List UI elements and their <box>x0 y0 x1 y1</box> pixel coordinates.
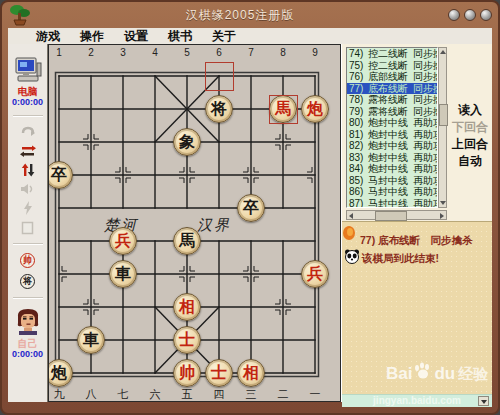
window-title: 汉棋缘2005注册版 <box>32 7 448 24</box>
move-number: 76) <box>349 71 368 83</box>
menu-item-2[interactable]: 设置 <box>124 28 148 45</box>
move-tactic: 马封中线 <box>368 198 408 209</box>
piece-black-卒[interactable]: 卒 <box>237 194 265 222</box>
move-row[interactable]: 75)控二线断同步擒杀 <box>347 60 437 72</box>
move-row[interactable]: 76)底部线断同步擒杀 <box>347 71 437 83</box>
move-tactic: 炮封中线 <box>368 129 408 141</box>
menubar: 游戏操作设置棋书关于 <box>8 28 492 45</box>
move-number: 77) <box>349 83 368 95</box>
piece-red-相[interactable]: 相 <box>173 293 201 321</box>
piece-black-象[interactable]: 象 <box>173 128 201 156</box>
move-result: 再助攻杀 <box>413 140 438 152</box>
piece-red-兵[interactable]: 兵 <box>301 260 329 288</box>
move-number: 87) <box>349 198 368 209</box>
scroll-left-icon[interactable] <box>349 213 353 219</box>
annotation-panel: 77) 底布线断 同步擒杀 该棋局到此结束! Bai <box>342 221 492 395</box>
move-tactic: 炮封中线 <box>368 117 408 129</box>
swap-sides-icon[interactable] <box>20 145 36 157</box>
right-panel: 74)控二线断同步擒杀75)控二线断同步擒杀76)底部线断同步擒杀77)底布线断… <box>341 44 492 402</box>
window-controls <box>448 9 492 21</box>
annotation-result: 该棋局到此结束! <box>362 252 439 266</box>
move-tactic: 露将线断 <box>368 94 408 106</box>
move-result: 再助攻杀 <box>413 117 438 129</box>
piece-black-馬[interactable]: 馬 <box>173 227 201 255</box>
lightning-icon <box>23 201 33 215</box>
move-result: 同步擒杀 <box>413 60 438 72</box>
move-result: 同步擒杀 <box>413 94 438 106</box>
move-row[interactable]: 82)炮封中线再助攻杀 <box>347 140 437 152</box>
move-number: 75) <box>349 60 368 72</box>
watermark-cjk: 经验 <box>458 365 488 384</box>
move-tactic: 炮封中线 <box>368 140 408 152</box>
move-result: 再助攻杀 <box>413 186 438 198</box>
divider <box>13 243 43 245</box>
piece-red-炮[interactable]: 炮 <box>301 95 329 123</box>
read-in-button[interactable]: 读入 <box>446 102 494 119</box>
piece-black-車[interactable]: 車 <box>109 260 137 288</box>
move-tactic: 底部线断 <box>368 71 408 83</box>
red-general-icon[interactable]: 帅 <box>20 253 35 268</box>
sound-icon <box>20 183 35 195</box>
panda-icon <box>344 249 360 264</box>
move-result: 同步擒杀 <box>413 106 438 118</box>
move-result: 再助攻杀 <box>413 175 438 187</box>
move-tactic: 炮封中线 <box>368 163 408 175</box>
auto-play-button[interactable]: 自动 <box>446 153 494 170</box>
move-result: 同步擒杀 <box>413 83 438 95</box>
move-row[interactable]: 86)马封中线再助攻杀 <box>347 186 437 198</box>
move-tactic: 控二线断 <box>368 48 408 60</box>
piece-red-相[interactable]: 相 <box>237 359 265 387</box>
computer-label: 电脑 <box>18 86 38 97</box>
notation-sheet-icon <box>21 221 34 235</box>
move-row[interactable]: 87)马封中线再助攻杀 <box>347 198 437 209</box>
move-number: 84) <box>349 163 368 175</box>
move-number: 85) <box>349 175 368 187</box>
move-row[interactable]: 81)炮封中线再助攻杀 <box>347 129 437 141</box>
move-number: 86) <box>349 186 368 198</box>
watermark-url: jingyan.baidu.com <box>342 395 492 407</box>
main-area: 电脑 0:00:00 <box>8 44 492 402</box>
move-number: 81) <box>349 129 368 141</box>
move-result: 再助攻杀 <box>413 129 438 141</box>
piece-black-将[interactable]: 将 <box>205 95 233 123</box>
piece-red-帅[interactable]: 帅 <box>173 359 201 387</box>
piece-black-車[interactable]: 車 <box>77 326 105 354</box>
move-list[interactable]: 74)控二线断同步擒杀75)控二线断同步擒杀76)底部线断同步擒杀77)底布线断… <box>346 47 438 208</box>
piece-black-炮[interactable]: 炮 <box>48 359 73 387</box>
movelist-horizontal-scrollbar[interactable] <box>346 210 447 220</box>
move-tactic: 底布线断 <box>368 83 408 95</box>
last-move-marker <box>269 95 298 124</box>
xiangqi-board[interactable]: 123456789 九八七六五四三二一 楚河 汉界 将馬炮象卒卒兵馬車兵相車士炮… <box>48 44 341 402</box>
menu-item-3[interactable]: 棋书 <box>168 28 192 45</box>
move-tactic: 露将线断 <box>368 106 408 118</box>
menu-item-1[interactable]: 操作 <box>80 28 104 45</box>
piece-red-士[interactable]: 士 <box>205 359 233 387</box>
move-row[interactable]: 83)炮封中线再助攻杀 <box>347 152 437 164</box>
bottom-strip: jingyan.baidu.com <box>342 394 492 407</box>
dropdown-button[interactable] <box>478 396 489 406</box>
move-tactic: 炮封中线 <box>368 152 408 164</box>
piece-red-兵[interactable]: 兵 <box>109 227 137 255</box>
prev-round-button[interactable]: 上回合 <box>446 136 494 153</box>
move-tactic: 马封中线 <box>368 186 408 198</box>
player-clock: 0:00:00 <box>12 349 43 360</box>
move-number: 82) <box>349 140 368 152</box>
move-result: 再助攻杀 <box>413 198 438 209</box>
maximize-button[interactable] <box>464 9 476 21</box>
titlebar: 汉棋缘2005注册版 <box>2 2 498 28</box>
move-result: 再助攻杀 <box>413 152 438 164</box>
move-result: 同步擒杀 <box>413 71 438 83</box>
undo-hand-icon <box>20 125 36 139</box>
next-round-button: 下回合 <box>446 119 494 136</box>
scroll-up-icon[interactable] <box>440 50 446 54</box>
pieces-layer: 将馬炮象卒卒兵馬車兵相車士炮帅士相 <box>48 60 331 390</box>
move-result: 同步擒杀 <box>413 48 438 60</box>
computer-clock: 0:00:00 <box>12 97 43 108</box>
scroll-right-icon[interactable] <box>440 213 444 219</box>
scroll-thumb[interactable] <box>375 211 407 221</box>
move-number: 83) <box>349 152 368 164</box>
watermark-text: du <box>434 364 455 384</box>
close-button[interactable] <box>480 9 492 21</box>
move-row[interactable]: 79)露将线断同步擒杀 <box>347 106 437 118</box>
watermark-text: Bai <box>386 364 412 384</box>
move-row[interactable]: 84)炮封中线再助攻杀 <box>347 163 437 175</box>
flame-icon <box>343 224 357 240</box>
scroll-down-icon[interactable] <box>440 201 446 205</box>
move-tactic: 控二线断 <box>368 60 408 72</box>
move-row[interactable]: 85)马封中线再助攻杀 <box>347 175 437 187</box>
move-tactic: 马封中线 <box>368 175 408 187</box>
move-row[interactable]: 77)底布线断同步擒杀 <box>347 83 437 95</box>
black-general-icon[interactable]: 将 <box>20 274 35 289</box>
divider <box>13 115 43 117</box>
move-number: 79) <box>349 106 368 118</box>
sidebar: 电脑 0:00:00 <box>8 44 48 402</box>
flip-board-icon[interactable] <box>21 163 35 177</box>
move-result: 再助攻杀 <box>413 163 438 175</box>
last-move-marker <box>205 62 234 91</box>
piece-red-士[interactable]: 士 <box>173 326 201 354</box>
app-window: 汉棋缘2005注册版 游戏操作设置棋书关于 电脑 0:00:00 <box>0 0 500 415</box>
move-number: 78) <box>349 94 368 106</box>
tree-icon <box>8 4 32 26</box>
piece-black-卒[interactable]: 卒 <box>48 161 73 189</box>
move-number: 74) <box>349 48 368 60</box>
baidu-watermark: Bai du 经验 <box>386 362 488 386</box>
player-label: 自己 <box>18 338 38 349</box>
move-row[interactable]: 80)炮封中线再助攻杀 <box>347 117 437 129</box>
move-number: 80) <box>349 117 368 129</box>
move-row[interactable]: 78)露将线断同步擒杀 <box>347 94 437 106</box>
computer-icon <box>14 57 42 83</box>
minimize-button[interactable] <box>448 9 460 21</box>
divider <box>13 297 43 299</box>
player-avatar <box>15 307 41 335</box>
annotation-move: 77) 底布线断 同步擒杀 <box>360 234 473 248</box>
menu-item-0[interactable]: 游戏 <box>36 28 60 45</box>
paw-icon <box>413 362 433 380</box>
menu-item-4[interactable]: 关于 <box>212 28 236 45</box>
move-row[interactable]: 74)控二线断同步擒杀 <box>347 48 437 60</box>
